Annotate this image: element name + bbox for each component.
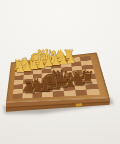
square-c8 (64, 90, 76, 96)
square-f8 (32, 92, 42, 98)
square-e8 (42, 92, 53, 98)
chess-set-photo: ♜♞♝♚♛♝♞♜♟♟♟♟♟♟♟♟♟♟♟♟♟♟♟♟♜♞♝♚♛♝♞♜ (0, 0, 120, 144)
square-d8 (53, 91, 64, 97)
square-a8 (86, 89, 100, 95)
square-g8 (22, 93, 32, 99)
brass-latch (76, 103, 83, 107)
square-b8 (75, 90, 88, 96)
square-h8 (12, 93, 22, 98)
